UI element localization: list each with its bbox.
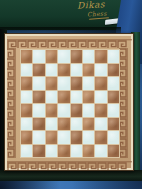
square-r5c1[interactable] bbox=[21, 104, 32, 117]
square-r1c1[interactable] bbox=[21, 50, 32, 63]
square-r2c3[interactable] bbox=[46, 64, 57, 77]
square-r7c6[interactable] bbox=[83, 131, 94, 144]
square-r5c8[interactable] bbox=[108, 104, 119, 117]
square-r2c5[interactable] bbox=[71, 64, 82, 77]
square-r4c4[interactable] bbox=[58, 91, 69, 104]
square-r6c4[interactable] bbox=[58, 118, 69, 131]
square-r2c4[interactable] bbox=[58, 64, 69, 77]
square-r2c8[interactable] bbox=[108, 64, 119, 77]
square-r1c2[interactable] bbox=[33, 50, 44, 63]
square-r1c8[interactable] bbox=[108, 50, 119, 63]
square-r8c8[interactable] bbox=[108, 145, 119, 158]
square-r8c2[interactable] bbox=[33, 145, 44, 158]
square-r7c7[interactable] bbox=[95, 131, 106, 144]
square-r6c8[interactable] bbox=[108, 118, 119, 131]
square-r7c2[interactable] bbox=[33, 131, 44, 144]
square-r8c7[interactable] bbox=[95, 145, 106, 158]
meander-border-top bbox=[7, 36, 132, 48]
square-r5c5[interactable] bbox=[71, 104, 82, 117]
square-r1c7[interactable] bbox=[95, 50, 106, 63]
square-r4c2[interactable] bbox=[33, 91, 44, 104]
square-r4c5[interactable] bbox=[71, 91, 82, 104]
square-r2c6[interactable] bbox=[83, 64, 94, 77]
square-r2c1[interactable] bbox=[21, 64, 32, 77]
scene: Dikas Chess bbox=[0, 0, 142, 189]
square-r3c8[interactable] bbox=[108, 77, 119, 90]
square-r8c1[interactable] bbox=[21, 145, 32, 158]
square-r3c1[interactable] bbox=[21, 77, 32, 90]
square-r2c7[interactable] bbox=[95, 64, 106, 77]
square-r3c3[interactable] bbox=[46, 77, 57, 90]
square-r5c4[interactable] bbox=[58, 104, 69, 117]
square-r7c8[interactable] bbox=[108, 131, 119, 144]
square-r4c3[interactable] bbox=[46, 91, 57, 104]
board-squares bbox=[20, 49, 120, 158]
square-r3c7[interactable] bbox=[95, 77, 106, 90]
square-r5c7[interactable] bbox=[95, 104, 106, 117]
square-r6c3[interactable] bbox=[46, 118, 57, 131]
square-r6c6[interactable] bbox=[83, 118, 94, 131]
square-r7c1[interactable] bbox=[21, 131, 32, 144]
meander-border-left bbox=[7, 48, 19, 158]
gift-box-lid: Dikas Chess bbox=[0, 0, 121, 30]
square-r5c3[interactable] bbox=[46, 104, 57, 117]
square-r1c4[interactable] bbox=[58, 50, 69, 63]
square-r8c6[interactable] bbox=[83, 145, 94, 158]
square-r3c2[interactable] bbox=[33, 77, 44, 90]
square-r3c5[interactable] bbox=[71, 77, 82, 90]
square-r8c3[interactable] bbox=[46, 145, 57, 158]
square-r6c7[interactable] bbox=[95, 118, 106, 131]
square-r6c2[interactable] bbox=[33, 118, 44, 131]
square-r5c6[interactable] bbox=[83, 104, 94, 117]
meander-border-right bbox=[119, 48, 131, 158]
square-r4c1[interactable] bbox=[21, 91, 32, 104]
square-r4c8[interactable] bbox=[108, 91, 119, 104]
square-r3c6[interactable] bbox=[83, 77, 94, 90]
square-r7c5[interactable] bbox=[71, 131, 82, 144]
brand-subtext: Chess bbox=[87, 9, 107, 17]
square-r3c4[interactable] bbox=[58, 77, 69, 90]
square-r8c4[interactable] bbox=[58, 145, 69, 158]
square-r8c5[interactable] bbox=[71, 145, 82, 158]
square-r7c3[interactable] bbox=[46, 131, 57, 144]
square-r5c2[interactable] bbox=[33, 104, 44, 117]
square-r7c4[interactable] bbox=[58, 131, 69, 144]
square-r4c6[interactable] bbox=[83, 91, 94, 104]
square-r1c5[interactable] bbox=[71, 50, 82, 63]
square-r6c5[interactable] bbox=[71, 118, 82, 131]
square-r6c1[interactable] bbox=[21, 118, 32, 131]
square-r1c3[interactable] bbox=[46, 50, 57, 63]
meander-border-bottom bbox=[7, 158, 132, 170]
square-r1c6[interactable] bbox=[83, 50, 94, 63]
box-rim-bottom bbox=[0, 170, 142, 181]
square-r4c7[interactable] bbox=[95, 91, 106, 104]
chess-board bbox=[4, 33, 134, 171]
square-r2c2[interactable] bbox=[33, 64, 44, 77]
